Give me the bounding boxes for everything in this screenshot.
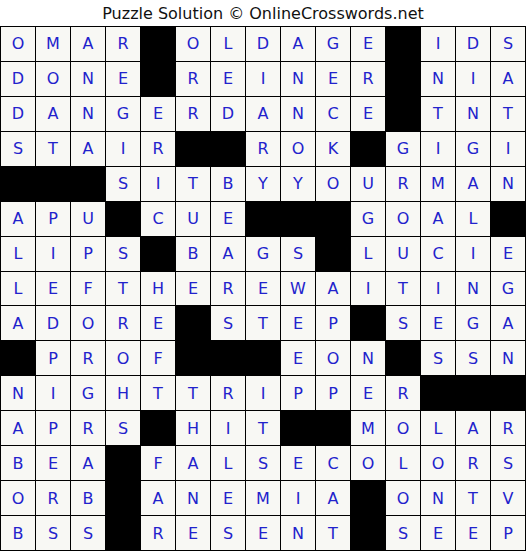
letter-cell: F bbox=[71, 272, 105, 306]
letter-cell: O bbox=[281, 132, 315, 166]
letter-cell: N bbox=[456, 97, 490, 131]
letter-cell: S bbox=[36, 516, 70, 550]
letter-cell: N bbox=[281, 516, 315, 550]
letter-cell: A bbox=[281, 27, 315, 61]
letter-cell: I bbox=[211, 411, 245, 445]
letter-cell: A bbox=[71, 132, 105, 166]
letter-cell: T bbox=[456, 481, 490, 515]
letter-cell: N bbox=[421, 62, 455, 96]
black-cell bbox=[351, 132, 385, 166]
letter-cell: I bbox=[141, 167, 175, 201]
black-cell bbox=[316, 202, 350, 236]
letter-cell: I bbox=[421, 132, 455, 166]
letter-cell: R bbox=[36, 481, 70, 515]
letter-cell: I bbox=[456, 62, 490, 96]
letter-cell: A bbox=[316, 481, 350, 515]
letter-cell: T bbox=[316, 516, 350, 550]
black-cell bbox=[141, 62, 175, 96]
letter-cell: U bbox=[176, 202, 210, 236]
letter-cell: O bbox=[386, 481, 420, 515]
letter-cell: S bbox=[1, 132, 35, 166]
letter-cell: I bbox=[36, 237, 70, 271]
letter-cell: W bbox=[281, 272, 315, 306]
letter-cell: N bbox=[421, 481, 455, 515]
letter-cell: S bbox=[211, 306, 245, 340]
black-cell bbox=[106, 202, 140, 236]
letter-cell: E bbox=[36, 446, 70, 480]
letter-cell: M bbox=[246, 481, 280, 515]
letter-cell: N bbox=[351, 341, 385, 375]
letter-cell: R bbox=[351, 62, 385, 96]
letter-cell: U bbox=[351, 167, 385, 201]
letter-cell: E bbox=[351, 27, 385, 61]
letter-cell: G bbox=[386, 132, 420, 166]
letter-cell: E bbox=[281, 446, 315, 480]
letter-cell: P bbox=[316, 376, 350, 410]
letter-cell: N bbox=[281, 97, 315, 131]
letter-cell: O bbox=[386, 202, 420, 236]
letter-cell: N bbox=[176, 481, 210, 515]
letter-cell: C bbox=[316, 446, 350, 480]
letter-cell: S bbox=[456, 341, 490, 375]
letter-cell: Y bbox=[281, 167, 315, 201]
letter-cell: O bbox=[386, 411, 420, 445]
letter-cell: S bbox=[211, 516, 245, 550]
letter-cell: E bbox=[281, 306, 315, 340]
letter-cell: N bbox=[71, 62, 105, 96]
letter-cell: T bbox=[106, 272, 140, 306]
black-cell bbox=[351, 516, 385, 550]
letter-cell: A bbox=[456, 167, 490, 201]
letter-cell: M bbox=[421, 167, 455, 201]
black-cell bbox=[176, 132, 210, 166]
letter-cell: H bbox=[141, 272, 175, 306]
letter-cell: R bbox=[176, 62, 210, 96]
letter-cell: O bbox=[421, 446, 455, 480]
letter-cell: E bbox=[176, 272, 210, 306]
letter-cell: E bbox=[351, 97, 385, 131]
black-cell bbox=[386, 341, 420, 375]
letter-cell: A bbox=[456, 411, 490, 445]
letter-cell: E bbox=[246, 516, 280, 550]
letter-cell: C bbox=[421, 237, 455, 271]
black-cell bbox=[211, 132, 245, 166]
letter-cell: D bbox=[211, 97, 245, 131]
letter-cell: P bbox=[36, 341, 70, 375]
letter-cell: B bbox=[176, 237, 210, 271]
letter-cell: T bbox=[421, 97, 455, 131]
black-cell bbox=[456, 376, 490, 410]
black-cell bbox=[176, 306, 210, 340]
letter-cell: T bbox=[491, 97, 525, 131]
letter-cell: P bbox=[491, 516, 525, 550]
letter-cell: D bbox=[1, 62, 35, 96]
letter-cell: D bbox=[36, 306, 70, 340]
letter-cell: S bbox=[491, 446, 525, 480]
letter-cell: R bbox=[106, 27, 140, 61]
letter-cell: N bbox=[491, 341, 525, 375]
letter-cell: C bbox=[316, 97, 350, 131]
letter-cell: S bbox=[106, 411, 140, 445]
letter-cell: A bbox=[211, 237, 245, 271]
black-cell bbox=[106, 481, 140, 515]
letter-cell: G bbox=[456, 132, 490, 166]
black-cell bbox=[1, 167, 35, 201]
black-cell bbox=[351, 306, 385, 340]
letter-cell: B bbox=[1, 516, 35, 550]
letter-cell: E bbox=[456, 516, 490, 550]
letter-cell: K bbox=[316, 132, 350, 166]
letter-cell: I bbox=[281, 481, 315, 515]
black-cell bbox=[491, 376, 525, 410]
letter-cell: R bbox=[246, 132, 280, 166]
letter-cell: A bbox=[421, 202, 455, 236]
letter-cell: P bbox=[281, 376, 315, 410]
letter-cell: A bbox=[1, 306, 35, 340]
letter-cell: B bbox=[211, 167, 245, 201]
letter-cell: O bbox=[1, 481, 35, 515]
letter-cell: T bbox=[386, 272, 420, 306]
letter-cell: R bbox=[456, 446, 490, 480]
letter-cell: E bbox=[211, 62, 245, 96]
letter-cell: R bbox=[211, 376, 245, 410]
letter-cell: A bbox=[71, 446, 105, 480]
letter-cell: I bbox=[36, 376, 70, 410]
letter-cell: N bbox=[491, 167, 525, 201]
letter-cell: L bbox=[211, 27, 245, 61]
black-cell bbox=[211, 341, 245, 375]
black-cell bbox=[491, 202, 525, 236]
letter-cell: P bbox=[36, 202, 70, 236]
letter-cell: I bbox=[456, 237, 490, 271]
letter-cell: L bbox=[351, 237, 385, 271]
letter-cell: E bbox=[141, 306, 175, 340]
letter-cell: F bbox=[141, 446, 175, 480]
letter-cell: L bbox=[456, 202, 490, 236]
black-cell bbox=[351, 481, 385, 515]
letter-cell: I bbox=[246, 62, 280, 96]
letter-cell: O bbox=[176, 27, 210, 61]
letter-cell: A bbox=[316, 272, 350, 306]
letter-cell: H bbox=[106, 376, 140, 410]
letter-cell: O bbox=[316, 167, 350, 201]
letter-cell: R bbox=[141, 132, 175, 166]
black-cell bbox=[141, 237, 175, 271]
letter-cell: R bbox=[176, 97, 210, 131]
black-cell bbox=[141, 411, 175, 445]
black-cell bbox=[281, 202, 315, 236]
letter-cell: E bbox=[421, 306, 455, 340]
letter-cell: O bbox=[71, 306, 105, 340]
letter-cell: I bbox=[421, 272, 455, 306]
letter-cell: B bbox=[1, 446, 35, 480]
letter-cell: R bbox=[106, 306, 140, 340]
black-cell bbox=[246, 202, 280, 236]
black-cell bbox=[176, 341, 210, 375]
letter-cell: E bbox=[141, 97, 175, 131]
letter-cell: O bbox=[351, 446, 385, 480]
letter-cell: C bbox=[141, 202, 175, 236]
letter-cell: O bbox=[1, 27, 35, 61]
black-cell bbox=[71, 167, 105, 201]
letter-cell: A bbox=[141, 481, 175, 515]
letter-cell: G bbox=[106, 97, 140, 131]
letter-cell: R bbox=[491, 411, 525, 445]
letter-cell: A bbox=[491, 62, 525, 96]
letter-cell: R bbox=[71, 341, 105, 375]
letter-cell: S bbox=[281, 237, 315, 271]
black-cell bbox=[36, 167, 70, 201]
letter-cell: T bbox=[176, 167, 210, 201]
letter-cell: I bbox=[421, 27, 455, 61]
letter-cell: A bbox=[491, 306, 525, 340]
letter-cell: E bbox=[351, 376, 385, 410]
letter-cell: A bbox=[36, 97, 70, 131]
letter-cell: S bbox=[421, 341, 455, 375]
title-bar: Puzzle Solution © OnlineCrosswords.net bbox=[0, 0, 526, 26]
black-cell bbox=[316, 411, 350, 445]
letter-cell: E bbox=[36, 272, 70, 306]
letter-cell: G bbox=[456, 306, 490, 340]
letter-cell: R bbox=[71, 411, 105, 445]
letter-cell: N bbox=[71, 97, 105, 131]
letter-cell: T bbox=[141, 376, 175, 410]
letter-cell: R bbox=[211, 272, 245, 306]
black-cell bbox=[386, 62, 420, 96]
letter-cell: I bbox=[106, 132, 140, 166]
letter-cell: A bbox=[176, 446, 210, 480]
page-title: Puzzle Solution © OnlineCrosswords.net bbox=[102, 4, 424, 23]
letter-cell: D bbox=[456, 27, 490, 61]
letter-cell: E bbox=[491, 237, 525, 271]
black-cell bbox=[1, 341, 35, 375]
letter-cell: S bbox=[246, 446, 280, 480]
letter-cell: U bbox=[71, 202, 105, 236]
letter-cell: S bbox=[491, 27, 525, 61]
black-cell bbox=[386, 27, 420, 61]
letter-cell: L bbox=[1, 272, 35, 306]
letter-cell: E bbox=[176, 516, 210, 550]
letter-cell: L bbox=[211, 446, 245, 480]
letter-cell: T bbox=[246, 411, 280, 445]
letter-cell: Y bbox=[246, 167, 280, 201]
crossword-grid: OMAROLDAGEIDSDONEREINERNIADANGERDANCETNT… bbox=[0, 26, 526, 551]
letter-cell: B bbox=[71, 481, 105, 515]
letter-cell: R bbox=[141, 516, 175, 550]
letter-cell: O bbox=[106, 341, 140, 375]
letter-cell: E bbox=[281, 341, 315, 375]
letter-cell: S bbox=[106, 167, 140, 201]
letter-cell: T bbox=[176, 376, 210, 410]
letter-cell: A bbox=[71, 27, 105, 61]
letter-cell: S bbox=[386, 516, 420, 550]
letter-cell: G bbox=[316, 27, 350, 61]
letter-cell: E bbox=[106, 62, 140, 96]
black-cell bbox=[141, 27, 175, 61]
letter-cell: T bbox=[246, 306, 280, 340]
letter-cell: G bbox=[246, 237, 280, 271]
letter-cell: A bbox=[1, 202, 35, 236]
black-cell bbox=[421, 376, 455, 410]
letter-cell: L bbox=[386, 446, 420, 480]
letter-cell: D bbox=[246, 27, 280, 61]
letter-cell: P bbox=[71, 237, 105, 271]
letter-cell: A bbox=[1, 411, 35, 445]
letter-cell: P bbox=[36, 411, 70, 445]
letter-cell: L bbox=[1, 237, 35, 271]
letter-cell: I bbox=[351, 272, 385, 306]
letter-cell: R bbox=[386, 167, 420, 201]
letter-cell: N bbox=[1, 376, 35, 410]
letter-cell: H bbox=[176, 411, 210, 445]
letter-cell: T bbox=[36, 132, 70, 166]
letter-cell: S bbox=[386, 306, 420, 340]
letter-cell: A bbox=[246, 97, 280, 131]
letter-cell: E bbox=[421, 516, 455, 550]
letter-cell: S bbox=[71, 516, 105, 550]
letter-cell: E bbox=[316, 62, 350, 96]
letter-cell: G bbox=[491, 272, 525, 306]
letter-cell: I bbox=[246, 376, 280, 410]
letter-cell: O bbox=[36, 62, 70, 96]
letter-cell: N bbox=[281, 62, 315, 96]
letter-cell: M bbox=[351, 411, 385, 445]
black-cell bbox=[106, 516, 140, 550]
letter-cell: G bbox=[71, 376, 105, 410]
letter-cell: U bbox=[386, 237, 420, 271]
letter-cell: D bbox=[1, 97, 35, 131]
black-cell bbox=[246, 341, 280, 375]
letter-cell: V bbox=[491, 481, 525, 515]
black-cell bbox=[281, 411, 315, 445]
letter-cell: S bbox=[106, 237, 140, 271]
letter-cell: G bbox=[351, 202, 385, 236]
letter-cell: R bbox=[386, 376, 420, 410]
letter-cell: N bbox=[456, 272, 490, 306]
black-cell bbox=[106, 446, 140, 480]
letter-cell: I bbox=[491, 132, 525, 166]
letter-cell: E bbox=[211, 481, 245, 515]
letter-cell: L bbox=[421, 411, 455, 445]
letter-cell: E bbox=[211, 202, 245, 236]
letter-cell: O bbox=[316, 341, 350, 375]
black-cell bbox=[386, 97, 420, 131]
black-cell bbox=[316, 237, 350, 271]
letter-cell: E bbox=[246, 272, 280, 306]
letter-cell: F bbox=[141, 341, 175, 375]
letter-cell: P bbox=[316, 306, 350, 340]
letter-cell: M bbox=[36, 27, 70, 61]
